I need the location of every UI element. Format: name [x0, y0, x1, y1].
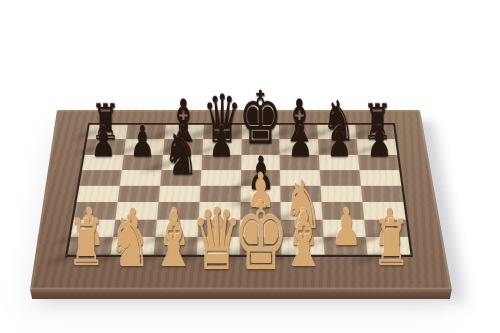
square-g5: [320, 170, 361, 186]
square-b2: [113, 219, 157, 236]
square-c2: [155, 219, 198, 236]
square-e6: [241, 154, 281, 169]
square-c3: [157, 202, 199, 219]
square-b5: [120, 170, 162, 186]
square-d5: [200, 170, 241, 186]
square-b6: [122, 154, 163, 169]
square-g7: [318, 139, 358, 154]
square-a3: [74, 202, 118, 219]
square-b1: [110, 237, 155, 255]
square-f1: [282, 237, 325, 255]
square-d7: [202, 139, 241, 154]
square-b8: [126, 125, 166, 140]
square-a5: [79, 170, 121, 186]
square-e3: [240, 202, 282, 219]
square-a4: [77, 186, 120, 202]
board-front-edge: [30, 289, 452, 299]
square-g4: [321, 186, 363, 202]
square-h5: [360, 170, 402, 186]
square-f8: [279, 125, 318, 140]
square-g1: [324, 237, 368, 255]
square-a8: [87, 125, 127, 140]
photo-stage: ♜♝♛♚♝♞♜♟♟♟♟♟♟♟♞♟♟♞♟♟♟♟♟♟♟♜♞♝♛♚♝♜: [0, 0, 500, 333]
square-d1: [196, 237, 239, 255]
square-e1: [239, 237, 282, 255]
square-c7: [163, 139, 203, 154]
square-h7: [357, 139, 397, 154]
square-b7: [124, 139, 164, 154]
square-c8: [164, 125, 203, 140]
square-d6: [201, 154, 241, 169]
square-f6: [280, 154, 320, 169]
square-b3: [115, 202, 158, 219]
square-a6: [82, 154, 124, 169]
chess-board: [65, 123, 413, 257]
square-a1: [68, 237, 113, 255]
square-f7: [280, 139, 319, 154]
square-e5: [240, 170, 280, 186]
square-c1: [153, 237, 197, 255]
square-d4: [199, 186, 240, 202]
square-g2: [323, 219, 366, 236]
square-g6: [319, 154, 360, 169]
square-h3: [363, 202, 406, 219]
square-a2: [71, 219, 115, 236]
square-d3: [198, 202, 240, 219]
square-c5: [160, 170, 201, 186]
square-f3: [281, 202, 323, 219]
square-e4: [240, 186, 281, 202]
square-c6: [161, 154, 202, 169]
square-h8: [355, 125, 395, 140]
square-h6: [358, 154, 399, 169]
square-f5: [280, 170, 321, 186]
square-a7: [85, 139, 126, 154]
square-e2: [239, 219, 281, 236]
square-h2: [364, 219, 408, 236]
square-d8: [203, 125, 242, 140]
square-d2: [197, 219, 239, 236]
square-e7: [241, 139, 280, 154]
square-g8: [317, 125, 356, 140]
square-g3: [322, 202, 364, 219]
square-h4: [361, 186, 403, 202]
square-b4: [117, 186, 159, 202]
square-c4: [158, 186, 200, 202]
square-e8: [241, 125, 279, 140]
square-h1: [366, 237, 411, 255]
square-f2: [281, 219, 323, 236]
square-f4: [281, 186, 322, 202]
